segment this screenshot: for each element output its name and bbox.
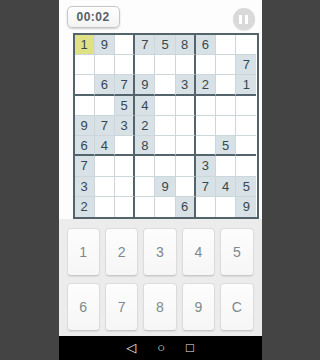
cell-r7-c8[interactable]: 5 (236, 177, 256, 197)
cell-r7-c6[interactable]: 7 (196, 177, 216, 197)
cell-r4-c3[interactable]: 2 (135, 116, 155, 136)
cell-r4-c7[interactable] (216, 116, 236, 136)
keypad-button-8[interactable]: 8 (143, 283, 176, 331)
cell-r1-c3[interactable] (135, 55, 155, 75)
recents-icon[interactable]: □ (186, 336, 194, 360)
cell-r8-c8[interactable]: 9 (236, 197, 256, 217)
cell-r4-c2[interactable]: 3 (115, 116, 135, 136)
cell-r0-c7[interactable] (216, 35, 236, 55)
cell-r0-c2[interactable] (115, 35, 135, 55)
cell-r6-c2[interactable] (115, 156, 135, 176)
header: 00:02 (59, 0, 262, 33)
cell-r5-c7[interactable]: 5 (216, 136, 236, 156)
cell-r0-c4[interactable]: 5 (155, 35, 175, 55)
cell-r1-c8[interactable]: 7 (236, 55, 256, 75)
cell-r3-c8[interactable] (236, 96, 256, 116)
cell-r3-c3[interactable]: 4 (135, 96, 155, 116)
keypad-button-4[interactable]: 4 (182, 228, 215, 276)
cell-r0-c6[interactable]: 6 (196, 35, 216, 55)
timer-display: 00:02 (67, 6, 120, 28)
cell-r8-c1[interactable] (95, 197, 115, 217)
cell-r4-c0[interactable]: 9 (75, 116, 95, 136)
cell-r4-c8[interactable] (236, 116, 256, 136)
cell-r1-c7[interactable] (216, 55, 236, 75)
cell-r3-c4[interactable] (155, 96, 175, 116)
cell-r3-c0[interactable] (75, 96, 95, 116)
cell-r6-c1[interactable] (95, 156, 115, 176)
cell-r2-c1[interactable]: 6 (95, 75, 115, 95)
cell-r0-c8[interactable] (236, 35, 256, 55)
home-icon[interactable]: ○ (157, 336, 165, 360)
cell-r1-c4[interactable] (155, 55, 175, 75)
keypad-button-9[interactable]: 9 (182, 283, 215, 331)
keypad-button-2[interactable]: 2 (105, 228, 138, 276)
cell-r6-c4[interactable] (155, 156, 175, 176)
cell-r5-c0[interactable]: 6 (75, 136, 95, 156)
cell-r1-c0[interactable] (75, 55, 95, 75)
cell-r5-c6[interactable] (196, 136, 216, 156)
cell-r0-c3[interactable]: 7 (135, 35, 155, 55)
cell-r2-c3[interactable]: 9 (135, 75, 155, 95)
cell-r7-c4[interactable]: 9 (155, 177, 175, 197)
cell-r5-c4[interactable] (155, 136, 175, 156)
cell-r8-c6[interactable] (196, 197, 216, 217)
cell-r0-c0[interactable]: 1 (75, 35, 95, 55)
cell-r5-c8[interactable] (236, 136, 256, 156)
cell-r8-c3[interactable] (135, 197, 155, 217)
cell-r2-c7[interactable] (216, 75, 236, 95)
cell-r3-c6[interactable] (196, 96, 216, 116)
cell-r7-c0[interactable]: 3 (75, 177, 95, 197)
cell-r8-c5[interactable]: 6 (176, 197, 196, 217)
cell-r1-c6[interactable] (196, 55, 216, 75)
cell-r4-c5[interactable] (176, 116, 196, 136)
cell-r2-c5[interactable]: 3 (176, 75, 196, 95)
cell-r4-c1[interactable]: 7 (95, 116, 115, 136)
cell-r7-c3[interactable] (135, 177, 155, 197)
cell-r2-c0[interactable] (75, 75, 95, 95)
cell-r0-c5[interactable]: 8 (176, 35, 196, 55)
cell-r8-c0[interactable]: 2 (75, 197, 95, 217)
cell-r6-c7[interactable] (216, 156, 236, 176)
cell-r1-c1[interactable] (95, 55, 115, 75)
back-icon[interactable]: ◁ (126, 336, 136, 360)
keypad-button-5[interactable]: 5 (220, 228, 253, 276)
pause-button[interactable] (233, 8, 255, 30)
cell-r8-c7[interactable] (216, 197, 236, 217)
cell-r5-c1[interactable]: 4 (95, 136, 115, 156)
cell-r6-c5[interactable] (176, 156, 196, 176)
cell-r5-c3[interactable]: 8 (135, 136, 155, 156)
cell-r3-c7[interactable] (216, 96, 236, 116)
cell-r4-c4[interactable] (155, 116, 175, 136)
pause-icon (239, 15, 242, 24)
cell-r8-c2[interactable] (115, 197, 135, 217)
keypad-button-6[interactable]: 6 (67, 283, 100, 331)
cell-r6-c8[interactable] (236, 156, 256, 176)
cell-r6-c3[interactable] (135, 156, 155, 176)
cell-r6-c0[interactable]: 7 (75, 156, 95, 176)
keypad-button-3[interactable]: 3 (143, 228, 176, 276)
cell-r3-c5[interactable] (176, 96, 196, 116)
keypad-button-1[interactable]: 1 (67, 228, 100, 276)
cell-r8-c4[interactable] (155, 197, 175, 217)
cell-r6-c6[interactable]: 3 (196, 156, 216, 176)
cell-r7-c5[interactable] (176, 177, 196, 197)
cell-r2-c2[interactable]: 7 (115, 75, 135, 95)
app-screen: 00:02 197586767932154973264857339745269 … (59, 0, 262, 360)
pause-icon (245, 15, 248, 24)
sudoku-board: 197586767932154973264857339745269 (73, 33, 259, 219)
cell-r2-c8[interactable]: 1 (236, 75, 256, 95)
cell-r7-c7[interactable]: 4 (216, 177, 236, 197)
android-navbar: ◁ ○ □ (59, 336, 262, 360)
keypad-button-7[interactable]: 7 (105, 283, 138, 331)
keypad-button-C[interactable]: C (220, 283, 253, 331)
cell-r5-c2[interactable] (115, 136, 135, 156)
cell-r1-c5[interactable] (176, 55, 196, 75)
cell-r7-c2[interactable] (115, 177, 135, 197)
cell-r0-c1[interactable]: 9 (95, 35, 115, 55)
cell-r4-c6[interactable] (196, 116, 216, 136)
cell-r1-c2[interactable] (115, 55, 135, 75)
number-keypad: 123456789C (59, 219, 262, 336)
cell-r2-c6[interactable]: 2 (196, 75, 216, 95)
cell-r2-c4[interactable] (155, 75, 175, 95)
cell-r7-c1[interactable] (95, 177, 115, 197)
cell-r5-c5[interactable] (176, 136, 196, 156)
cell-r3-c2[interactable]: 5 (115, 96, 135, 116)
cell-r3-c1[interactable] (95, 96, 115, 116)
